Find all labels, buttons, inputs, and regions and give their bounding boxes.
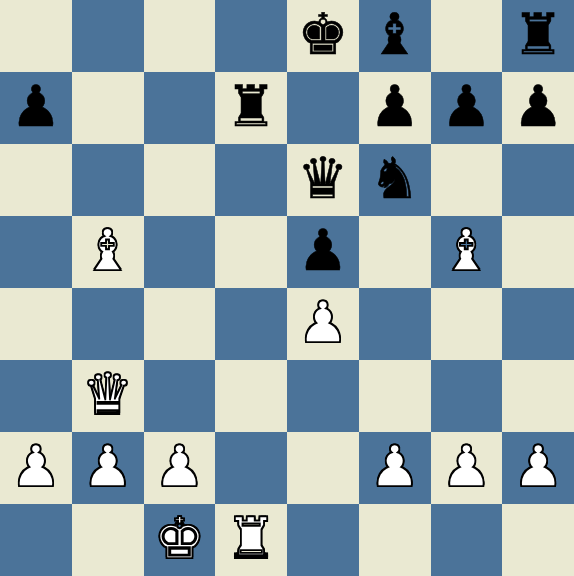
white-pawn[interactable]: ♟ [82, 438, 133, 495]
square-f3[interactable] [359, 360, 431, 432]
black-pawn[interactable]: ♟ [297, 222, 348, 279]
square-f2[interactable]: ♟ [359, 432, 431, 504]
white-rook[interactable]: ♜ [226, 510, 277, 567]
square-a3[interactable] [0, 360, 72, 432]
square-b4[interactable] [72, 288, 144, 360]
square-h2[interactable]: ♟ [502, 432, 574, 504]
black-rook[interactable]: ♜ [226, 78, 277, 135]
square-b1[interactable] [72, 504, 144, 576]
square-h6[interactable] [502, 144, 574, 216]
square-e5[interactable]: ♟ [287, 216, 359, 288]
square-h3[interactable] [502, 360, 574, 432]
square-f7[interactable]: ♟ [359, 72, 431, 144]
square-d7[interactable]: ♜ [215, 72, 287, 144]
square-d3[interactable] [215, 360, 287, 432]
white-pawn[interactable]: ♟ [369, 438, 420, 495]
square-g1[interactable] [431, 504, 503, 576]
black-queen[interactable]: ♛ [297, 150, 348, 207]
square-a8[interactable] [0, 0, 72, 72]
square-g4[interactable] [431, 288, 503, 360]
square-a4[interactable] [0, 288, 72, 360]
square-h4[interactable] [502, 288, 574, 360]
black-knight[interactable]: ♞ [369, 150, 420, 207]
square-a2[interactable]: ♟ [0, 432, 72, 504]
square-b7[interactable] [72, 72, 144, 144]
black-rook[interactable]: ♜ [513, 6, 564, 63]
white-pawn[interactable]: ♟ [154, 438, 205, 495]
square-c1[interactable]: ♚ [144, 504, 216, 576]
square-g2[interactable]: ♟ [431, 432, 503, 504]
square-g8[interactable] [431, 0, 503, 72]
square-c8[interactable] [144, 0, 216, 72]
square-c7[interactable] [144, 72, 216, 144]
black-bishop[interactable]: ♝ [369, 6, 420, 63]
square-d1[interactable]: ♜ [215, 504, 287, 576]
square-e7[interactable] [287, 72, 359, 144]
square-b2[interactable]: ♟ [72, 432, 144, 504]
square-c2[interactable]: ♟ [144, 432, 216, 504]
square-h5[interactable] [502, 216, 574, 288]
square-g5[interactable]: ♝ [431, 216, 503, 288]
square-d4[interactable] [215, 288, 287, 360]
square-f5[interactable] [359, 216, 431, 288]
square-b6[interactable] [72, 144, 144, 216]
white-pawn[interactable]: ♟ [297, 294, 348, 351]
square-c6[interactable] [144, 144, 216, 216]
white-bishop[interactable]: ♝ [82, 222, 133, 279]
white-bishop[interactable]: ♝ [441, 222, 492, 279]
square-e2[interactable] [287, 432, 359, 504]
square-f6[interactable]: ♞ [359, 144, 431, 216]
square-f4[interactable] [359, 288, 431, 360]
square-c4[interactable] [144, 288, 216, 360]
white-pawn[interactable]: ♟ [513, 438, 564, 495]
square-f8[interactable]: ♝ [359, 0, 431, 72]
square-c3[interactable] [144, 360, 216, 432]
square-e8[interactable]: ♚ [287, 0, 359, 72]
chess-board: ♚♝♜♟♜♟♟♟♛♞♝♟♝♟♛♟♟♟♟♟♟♚♜ [0, 0, 574, 576]
square-b5[interactable]: ♝ [72, 216, 144, 288]
square-b8[interactable] [72, 0, 144, 72]
black-pawn[interactable]: ♟ [513, 78, 564, 135]
white-pawn[interactable]: ♟ [441, 438, 492, 495]
square-a5[interactable] [0, 216, 72, 288]
white-pawn[interactable]: ♟ [10, 438, 61, 495]
square-a1[interactable] [0, 504, 72, 576]
square-e1[interactable] [287, 504, 359, 576]
square-a6[interactable] [0, 144, 72, 216]
square-c5[interactable] [144, 216, 216, 288]
black-pawn[interactable]: ♟ [441, 78, 492, 135]
square-f1[interactable] [359, 504, 431, 576]
square-g6[interactable] [431, 144, 503, 216]
square-g7[interactable]: ♟ [431, 72, 503, 144]
square-h7[interactable]: ♟ [502, 72, 574, 144]
chess-board-wrapper: ♚♝♜♟♜♟♟♟♛♞♝♟♝♟♛♟♟♟♟♟♟♚♜ [0, 0, 574, 576]
square-d2[interactable] [215, 432, 287, 504]
square-e4[interactable]: ♟ [287, 288, 359, 360]
square-g3[interactable] [431, 360, 503, 432]
square-e6[interactable]: ♛ [287, 144, 359, 216]
white-king[interactable]: ♚ [154, 510, 205, 567]
square-h8[interactable]: ♜ [502, 0, 574, 72]
black-pawn[interactable]: ♟ [369, 78, 420, 135]
square-h1[interactable] [502, 504, 574, 576]
square-e3[interactable] [287, 360, 359, 432]
square-d8[interactable] [215, 0, 287, 72]
square-b3[interactable]: ♛ [72, 360, 144, 432]
black-pawn[interactable]: ♟ [10, 78, 61, 135]
white-queen[interactable]: ♛ [82, 366, 133, 423]
square-d6[interactable] [215, 144, 287, 216]
square-d5[interactable] [215, 216, 287, 288]
square-a7[interactable]: ♟ [0, 72, 72, 144]
black-king[interactable]: ♚ [297, 6, 348, 63]
